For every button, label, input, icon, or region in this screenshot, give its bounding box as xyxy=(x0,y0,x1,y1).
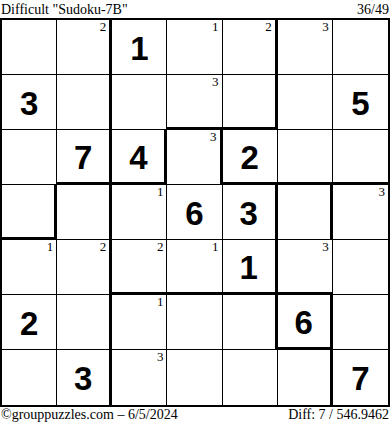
cell-r1c2[interactable]: 2 xyxy=(57,20,112,75)
corner-mark: 1 xyxy=(212,239,219,254)
cell-r5c3[interactable]: 2 xyxy=(112,240,167,295)
given-digit: 1 xyxy=(239,251,257,284)
cell-r3c7[interactable] xyxy=(333,130,388,185)
corner-mark: 3 xyxy=(378,184,385,199)
cell-r2c3[interactable] xyxy=(112,75,167,130)
corner-mark: 2 xyxy=(100,239,107,254)
cell-r6c3[interactable]: 1 xyxy=(112,295,167,350)
corner-mark: 3 xyxy=(157,349,164,364)
given-digit: 3 xyxy=(239,197,257,230)
puzzle-title: Difficult "Sudoku-7B" xyxy=(1,2,128,17)
cell-r4c1[interactable] xyxy=(2,185,57,240)
given-digit: 6 xyxy=(185,197,203,230)
corner-mark: 3 xyxy=(322,239,329,254)
footer: ©grouppuzzles.com – 6/5/2024 Diff: 7 / 5… xyxy=(0,406,391,426)
corner-mark: 3 xyxy=(212,74,219,89)
cell-r7c5[interactable] xyxy=(223,350,278,405)
given-digit: 2 xyxy=(240,141,258,174)
given-digit: 3 xyxy=(74,362,92,395)
corner-mark: 1 xyxy=(47,239,54,254)
cell-r3c6[interactable] xyxy=(278,130,333,185)
cell-r3c5[interactable]: 2 xyxy=(223,130,278,185)
cell-r5c2[interactable]: 2 xyxy=(57,240,112,295)
cell-r1c1[interactable] xyxy=(2,20,57,75)
cell-r5c5[interactable]: 1 xyxy=(223,240,278,295)
cell-r3c3[interactable]: 4 xyxy=(112,130,167,185)
cells-remaining-counter: 36/49 xyxy=(357,2,389,17)
cell-r4c4[interactable]: 6 xyxy=(167,185,222,240)
cell-r4c6[interactable] xyxy=(278,185,333,240)
corner-mark: 2 xyxy=(157,239,164,254)
given-digit: 4 xyxy=(129,141,147,174)
cell-r5c1[interactable]: 1 xyxy=(2,240,57,295)
cell-r6c7[interactable] xyxy=(333,295,388,350)
corner-mark: 1 xyxy=(212,19,219,34)
cell-r5c7[interactable] xyxy=(333,240,388,295)
given-digit: 7 xyxy=(74,141,92,174)
header: Difficult "Sudoku-7B" 36/49 xyxy=(0,0,391,18)
corner-mark: 1 xyxy=(157,184,164,199)
cell-r3c1[interactable] xyxy=(2,130,57,185)
corner-mark: 3 xyxy=(322,19,329,34)
copyright-date: ©grouppuzzles.com – 6/5/2024 xyxy=(1,407,178,423)
cell-r7c2[interactable]: 3 xyxy=(57,350,112,405)
given-digit: 6 xyxy=(295,306,313,339)
cell-r5c4[interactable]: 1 xyxy=(167,240,222,295)
cell-r7c1[interactable] xyxy=(2,350,57,405)
cell-r2c1[interactable]: 3 xyxy=(2,75,57,130)
cell-r2c6[interactable] xyxy=(278,75,333,130)
given-digit: 7 xyxy=(351,362,369,395)
cell-r5c6[interactable]: 3 xyxy=(278,240,333,295)
cell-r1c5[interactable]: 2 xyxy=(223,20,278,75)
cell-r6c6[interactable]: 6 xyxy=(278,295,333,350)
corner-mark: 3 xyxy=(210,129,217,144)
cell-r3c2[interactable]: 7 xyxy=(57,130,112,185)
corner-mark: 2 xyxy=(265,19,272,34)
cell-r4c3[interactable]: 1 xyxy=(112,185,167,240)
sudoku-board: 2112333574321633122113216337 xyxy=(0,18,390,407)
cell-r2c2[interactable] xyxy=(57,75,112,130)
cell-r2c7[interactable]: 5 xyxy=(333,75,388,130)
difficulty-rating: Diff: 7 / 546.9462 xyxy=(288,407,389,423)
cell-r1c7[interactable] xyxy=(333,20,388,75)
cell-r6c4[interactable] xyxy=(167,295,222,350)
cell-r7c3[interactable]: 3 xyxy=(112,350,167,405)
cell-r2c4[interactable]: 3 xyxy=(167,75,222,130)
cell-r1c4[interactable]: 1 xyxy=(167,20,222,75)
cell-r6c5[interactable] xyxy=(223,295,278,350)
given-digit: 1 xyxy=(130,32,148,65)
cell-r4c2[interactable] xyxy=(57,185,112,240)
corner-mark: 2 xyxy=(100,19,107,34)
cell-r6c1[interactable]: 2 xyxy=(2,295,57,350)
cell-r4c7[interactable]: 3 xyxy=(333,185,388,240)
given-digit: 3 xyxy=(20,87,38,120)
cell-r2c5[interactable] xyxy=(223,75,278,130)
given-digit: 5 xyxy=(351,87,369,120)
cell-r7c4[interactable] xyxy=(167,350,222,405)
cell-r3c4[interactable]: 3 xyxy=(167,130,222,185)
cell-r4c5[interactable]: 3 xyxy=(223,185,278,240)
cell-r7c6[interactable] xyxy=(278,350,333,405)
cell-r1c3[interactable]: 1 xyxy=(112,20,167,75)
given-digit: 2 xyxy=(20,307,38,340)
cell-r1c6[interactable]: 3 xyxy=(278,20,333,75)
corner-mark: 1 xyxy=(157,294,164,309)
cell-r7c7[interactable]: 7 xyxy=(333,350,388,405)
cell-r6c2[interactable] xyxy=(57,295,112,350)
